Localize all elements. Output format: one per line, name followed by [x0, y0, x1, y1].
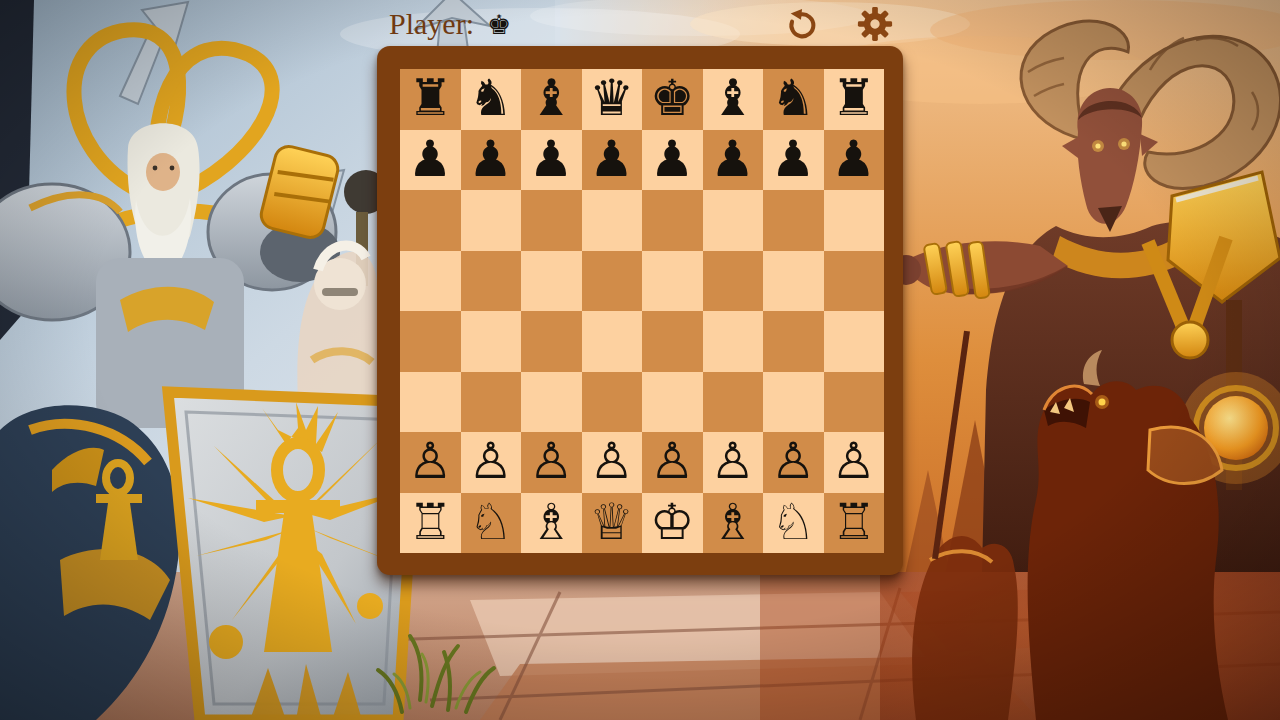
black-king-icon: ♚ — [487, 9, 511, 38]
square-g1[interactable]: ♘ — [763, 493, 824, 554]
square-f7[interactable]: ♟ — [703, 130, 764, 191]
square-b2[interactable]: ♙ — [461, 432, 522, 493]
square-c5[interactable] — [521, 251, 582, 312]
black-pawn-a7[interactable]: ♟ — [408, 134, 453, 184]
square-e1[interactable]: ♔ — [642, 493, 703, 554]
square-h2[interactable]: ♙ — [824, 432, 885, 493]
white-pawn-b2[interactable]: ♙ — [468, 436, 513, 486]
square-a3[interactable] — [400, 372, 461, 433]
chess-board-frame: ♜♞♝♛♚♝♞♜♟♟♟♟♟♟♟♟♙♙♙♙♙♙♙♙♖♘♗♕♔♗♘♖ — [377, 46, 903, 575]
white-pawn-f2[interactable]: ♙ — [710, 436, 755, 486]
gear-icon — [856, 5, 894, 43]
square-d8[interactable]: ♛ — [582, 69, 643, 130]
square-c8[interactable]: ♝ — [521, 69, 582, 130]
white-bishop-f1[interactable]: ♗ — [710, 497, 755, 547]
square-c6[interactable] — [521, 190, 582, 251]
square-c7[interactable]: ♟ — [521, 130, 582, 191]
square-e6[interactable] — [642, 190, 703, 251]
white-pawn-c2[interactable]: ♙ — [529, 436, 574, 486]
white-pawn-h2[interactable]: ♙ — [831, 436, 876, 486]
player-indicator: Player: ♚ — [389, 0, 511, 47]
square-f6[interactable] — [703, 190, 764, 251]
square-e2[interactable]: ♙ — [642, 432, 703, 493]
white-pawn-d2[interactable]: ♙ — [589, 436, 634, 486]
white-rook-h1[interactable]: ♖ — [831, 497, 876, 547]
square-f3[interactable] — [703, 372, 764, 433]
square-a7[interactable]: ♟ — [400, 130, 461, 191]
square-f2[interactable]: ♙ — [703, 432, 764, 493]
square-a2[interactable]: ♙ — [400, 432, 461, 493]
square-d7[interactable]: ♟ — [582, 130, 643, 191]
settings-button[interactable] — [856, 5, 894, 43]
white-pawn-a2[interactable]: ♙ — [408, 436, 453, 486]
square-h6[interactable] — [824, 190, 885, 251]
square-g7[interactable]: ♟ — [763, 130, 824, 191]
square-b8[interactable]: ♞ — [461, 69, 522, 130]
square-g8[interactable]: ♞ — [763, 69, 824, 130]
square-f5[interactable] — [703, 251, 764, 312]
white-queen-d1[interactable]: ♕ — [589, 497, 634, 547]
square-g4[interactable] — [763, 311, 824, 372]
square-a6[interactable] — [400, 190, 461, 251]
square-a5[interactable] — [400, 251, 461, 312]
square-d3[interactable] — [582, 372, 643, 433]
square-f4[interactable] — [703, 311, 764, 372]
square-h4[interactable] — [824, 311, 885, 372]
black-bishop-c8[interactable]: ♝ — [529, 73, 574, 123]
black-pawn-f7[interactable]: ♟ — [710, 134, 755, 184]
square-c4[interactable] — [521, 311, 582, 372]
black-rook-h8[interactable]: ♜ — [831, 73, 876, 123]
square-d2[interactable]: ♙ — [582, 432, 643, 493]
game-screen: Player: ♚ — [0, 0, 1280, 720]
black-king-e8[interactable]: ♚ — [650, 73, 695, 123]
chess-board: ♜♞♝♛♚♝♞♜♟♟♟♟♟♟♟♟♙♙♙♙♙♙♙♙♖♘♗♕♔♗♘♖ — [400, 69, 884, 553]
player-label: Player: — [389, 7, 474, 41]
square-b5[interactable] — [461, 251, 522, 312]
square-h1[interactable]: ♖ — [824, 493, 885, 554]
square-b7[interactable]: ♟ — [461, 130, 522, 191]
square-g5[interactable] — [763, 251, 824, 312]
square-b1[interactable]: ♘ — [461, 493, 522, 554]
square-g3[interactable] — [763, 372, 824, 433]
square-h5[interactable] — [824, 251, 885, 312]
black-rook-a8[interactable]: ♜ — [408, 73, 453, 123]
square-f1[interactable]: ♗ — [703, 493, 764, 554]
black-queen-d8[interactable]: ♛ — [589, 73, 634, 123]
square-f8[interactable]: ♝ — [703, 69, 764, 130]
square-c2[interactable]: ♙ — [521, 432, 582, 493]
white-pawn-e2[interactable]: ♙ — [650, 436, 695, 486]
reset-icon — [785, 7, 818, 40]
square-g6[interactable] — [763, 190, 824, 251]
square-h8[interactable]: ♜ — [824, 69, 885, 130]
black-knight-b8[interactable]: ♞ — [468, 73, 513, 123]
square-h7[interactable]: ♟ — [824, 130, 885, 191]
square-d4[interactable] — [582, 311, 643, 372]
square-c3[interactable] — [521, 372, 582, 433]
black-pawn-d7[interactable]: ♟ — [589, 134, 634, 184]
square-e5[interactable] — [642, 251, 703, 312]
black-bishop-f8[interactable]: ♝ — [710, 73, 755, 123]
reset-button[interactable] — [785, 7, 818, 40]
square-d5[interactable] — [582, 251, 643, 312]
white-pawn-g2[interactable]: ♙ — [771, 436, 816, 486]
white-knight-g1[interactable]: ♘ — [771, 497, 816, 547]
square-a1[interactable]: ♖ — [400, 493, 461, 554]
square-e3[interactable] — [642, 372, 703, 433]
white-knight-b1[interactable]: ♘ — [468, 497, 513, 547]
black-pawn-b7[interactable]: ♟ — [468, 134, 513, 184]
square-e7[interactable]: ♟ — [642, 130, 703, 191]
black-pawn-g7[interactable]: ♟ — [771, 134, 816, 184]
square-a8[interactable]: ♜ — [400, 69, 461, 130]
black-pawn-c7[interactable]: ♟ — [529, 134, 574, 184]
square-e4[interactable] — [642, 311, 703, 372]
square-d6[interactable] — [582, 190, 643, 251]
white-bishop-c1[interactable]: ♗ — [529, 497, 574, 547]
square-d1[interactable]: ♕ — [582, 493, 643, 554]
square-b3[interactable] — [461, 372, 522, 433]
square-h3[interactable] — [824, 372, 885, 433]
square-c1[interactable]: ♗ — [521, 493, 582, 554]
square-e8[interactable]: ♚ — [642, 69, 703, 130]
white-rook-a1[interactable]: ♖ — [408, 497, 453, 547]
white-king-e1[interactable]: ♔ — [650, 497, 695, 547]
square-a4[interactable] — [400, 311, 461, 372]
square-b4[interactable] — [461, 311, 522, 372]
black-pawn-h7[interactable]: ♟ — [831, 134, 876, 184]
square-b6[interactable] — [461, 190, 522, 251]
black-pawn-e7[interactable]: ♟ — [650, 134, 695, 184]
square-g2[interactable]: ♙ — [763, 432, 824, 493]
black-knight-g8[interactable]: ♞ — [771, 73, 816, 123]
